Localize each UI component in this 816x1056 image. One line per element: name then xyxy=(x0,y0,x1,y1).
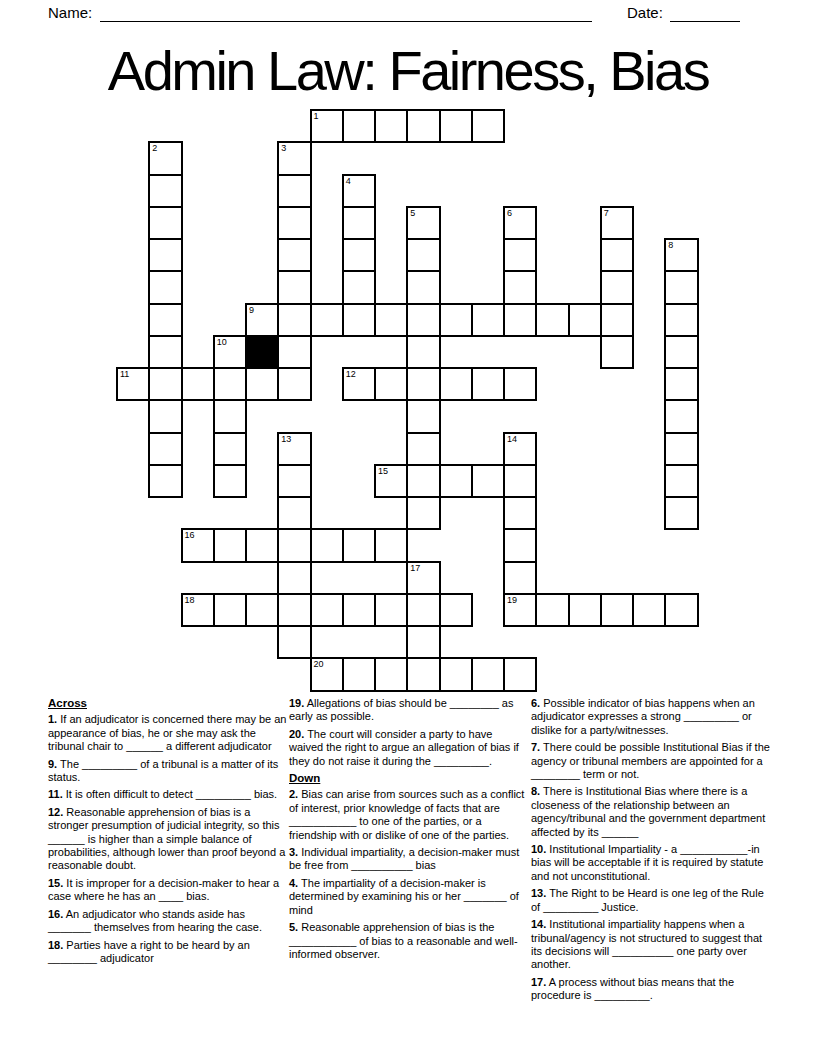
grid-cell[interactable] xyxy=(503,270,537,304)
grid-cell[interactable] xyxy=(600,303,634,337)
grid-cell[interactable] xyxy=(148,399,182,433)
grid-cell[interactable] xyxy=(181,367,215,401)
clue-6: 6. Possible indicator of bias happens wh… xyxy=(531,697,771,737)
name-line xyxy=(100,2,592,22)
page-title: Admin Law: Fairness, Bias xyxy=(0,41,816,101)
clue-number: 14 xyxy=(507,434,517,444)
grid-cell[interactable] xyxy=(277,270,311,304)
grid-cell[interactable] xyxy=(471,367,505,401)
grid-cell[interactable]: 6 xyxy=(503,206,537,240)
grid-cell[interactable] xyxy=(245,528,279,562)
grid-cell[interactable]: 16 xyxy=(181,528,215,562)
clue-3: 3. Individual impartiality, a decision-m… xyxy=(289,846,529,873)
clue-number: 5 xyxy=(410,208,415,218)
grid-cell[interactable] xyxy=(277,593,311,627)
grid-cell[interactable] xyxy=(600,335,634,369)
grid-cell[interactable] xyxy=(310,303,344,337)
date-line xyxy=(670,2,740,22)
clue-number-label: 16. xyxy=(48,908,63,920)
grid-cell[interactable] xyxy=(342,303,376,337)
grid-cell[interactable] xyxy=(277,238,311,272)
grid-cell[interactable] xyxy=(439,464,473,498)
clue-number: 17 xyxy=(410,563,420,573)
grid-cell[interactable] xyxy=(664,335,698,369)
clue-19: 19. Allegations of bias should be ______… xyxy=(289,697,529,724)
clue-number: 12 xyxy=(346,369,356,379)
down-header: Down xyxy=(289,772,529,785)
grid-cell[interactable] xyxy=(148,270,182,304)
grid-cell[interactable]: 3 xyxy=(277,141,311,175)
grid-cell[interactable] xyxy=(277,561,311,595)
clue-number: 9 xyxy=(249,305,254,315)
grid-cell[interactable] xyxy=(213,432,247,466)
grid-cell[interactable] xyxy=(600,593,634,627)
clue-number-label: 3. xyxy=(289,846,298,858)
clue-number-label: 14. xyxy=(531,918,546,930)
clue-number: 16 xyxy=(185,530,195,540)
grid-cell[interactable] xyxy=(148,367,182,401)
clue-16: 16. An adjudicator who stands aside has … xyxy=(48,908,288,935)
grid-cell[interactable] xyxy=(213,528,247,562)
grid-cell[interactable] xyxy=(471,303,505,337)
grid-cell[interactable] xyxy=(664,270,698,304)
grid-cell[interactable] xyxy=(277,335,311,369)
grid-cell[interactable]: 11 xyxy=(116,367,150,401)
clue-number: 11 xyxy=(120,369,129,379)
grid-cell[interactable] xyxy=(148,335,182,369)
clue-number: 1 xyxy=(314,111,319,121)
clue-17: 17. A process without bias means that th… xyxy=(531,976,771,1003)
grid-cell[interactable] xyxy=(148,206,182,240)
grid-cell[interactable] xyxy=(664,432,698,466)
clue-number: 3 xyxy=(281,143,286,153)
clue-number: 10 xyxy=(217,337,227,347)
clue-number: 8 xyxy=(668,240,673,250)
clue-number-label: 10. xyxy=(531,843,546,855)
grid-cell[interactable]: 7 xyxy=(600,206,634,240)
grid-cell[interactable] xyxy=(503,657,537,691)
grid-cell[interactable] xyxy=(245,367,279,401)
grid-cell[interactable]: 2 xyxy=(148,141,182,175)
grid-cell[interactable] xyxy=(148,238,182,272)
grid-cell[interactable] xyxy=(148,464,182,498)
clues-column-2: 19. Allegations of bias should be ______… xyxy=(289,697,529,965)
grid-cell[interactable] xyxy=(503,496,537,530)
grid-cell[interactable] xyxy=(406,593,440,627)
grid-cell[interactable] xyxy=(503,238,537,272)
clue-10: 10. Institutional Impartiality - a _____… xyxy=(531,843,771,883)
clue-number: 7 xyxy=(604,208,609,218)
grid-cell[interactable] xyxy=(439,593,473,627)
clue-5: 5. Reasonable apprehension of bias is th… xyxy=(289,921,529,961)
grid-cell[interactable] xyxy=(503,303,537,337)
grid-cell[interactable] xyxy=(406,367,440,401)
grid-cell[interactable] xyxy=(277,174,311,208)
grid-cell[interactable] xyxy=(406,109,440,143)
clue-number: 13 xyxy=(281,434,291,444)
grid-cell[interactable] xyxy=(406,303,440,337)
grid-cell[interactable]: 17 xyxy=(406,561,440,595)
clue-number-label: 2. xyxy=(289,788,298,800)
clue-9: 9. The _________ of a tribunal is a matt… xyxy=(48,758,288,785)
clue-number: 18 xyxy=(185,595,195,605)
grid-cell[interactable] xyxy=(471,657,505,691)
clues-column-1: Across1. If an adjudicator is concerned … xyxy=(48,697,288,969)
grid-cell[interactable] xyxy=(342,270,376,304)
grid-cell[interactable] xyxy=(342,593,376,627)
grid-cell[interactable] xyxy=(374,109,408,143)
grid-cell[interactable] xyxy=(664,367,698,401)
grid-cell[interactable] xyxy=(664,464,698,498)
grid-cell[interactable] xyxy=(374,657,408,691)
grid-cell[interactable]: 14 xyxy=(503,432,537,466)
grid-cell[interactable]: 10 xyxy=(213,335,247,369)
clue-number-label: 20. xyxy=(289,728,304,740)
grid-cell[interactable] xyxy=(374,303,408,337)
grid-cell[interactable] xyxy=(277,496,311,530)
grid-cell[interactable] xyxy=(213,593,247,627)
clue-number-label: 8. xyxy=(531,785,540,797)
clue-11: 11. It is often difficult to detect ____… xyxy=(48,788,288,801)
grid-cell[interactable] xyxy=(535,303,569,337)
grid-cell[interactable] xyxy=(503,367,537,401)
grid-cell[interactable]: 12 xyxy=(342,367,376,401)
grid-cell[interactable] xyxy=(439,109,473,143)
grid-cell[interactable] xyxy=(406,464,440,498)
clue-number-label: 4. xyxy=(289,877,298,889)
grid-cell[interactable] xyxy=(342,238,376,272)
grid-cell[interactable] xyxy=(406,238,440,272)
grid-cell[interactable] xyxy=(568,303,602,337)
grid-cell[interactable] xyxy=(213,399,247,433)
grid-cell[interactable]: 8 xyxy=(664,238,698,272)
grid-cell[interactable] xyxy=(310,593,344,627)
clue-number-label: 11. xyxy=(48,788,63,800)
grid-cell[interactable]: 9 xyxy=(245,303,279,337)
blocked-cell xyxy=(245,335,279,369)
grid-cell[interactable] xyxy=(406,399,440,433)
grid-cell[interactable] xyxy=(664,496,698,530)
grid-cell[interactable] xyxy=(213,464,247,498)
clue-number-label: 6. xyxy=(531,697,540,709)
grid-cell[interactable] xyxy=(632,593,666,627)
grid-cell[interactable] xyxy=(277,303,311,337)
grid-cell[interactable]: 15 xyxy=(374,464,408,498)
clue-number-label: 12. xyxy=(48,806,63,818)
worksheet-page: Name: Date: Admin Law: Fairness, Bias 12… xyxy=(0,0,816,1056)
grid-cell[interactable]: 1 xyxy=(310,109,344,143)
clue-14: 14. Institutional impartiality happens w… xyxy=(531,918,771,972)
grid-cell[interactable] xyxy=(568,593,602,627)
grid-cell[interactable] xyxy=(406,335,440,369)
grid-cell[interactable] xyxy=(374,367,408,401)
clue-number-label: 15. xyxy=(48,877,63,889)
grid-cell[interactable] xyxy=(471,109,505,143)
grid-cell[interactable] xyxy=(664,303,698,337)
grid-cell[interactable] xyxy=(245,593,279,627)
clue-4: 4. The impartiality of a decision-maker … xyxy=(289,877,529,917)
grid-cell[interactable] xyxy=(148,303,182,337)
clue-18: 18. Parties have a right to be heard by … xyxy=(48,939,288,966)
clue-number: 15 xyxy=(378,466,388,476)
clue-number-label: 13. xyxy=(531,887,546,899)
grid-cell[interactable] xyxy=(406,625,440,659)
grid-cell[interactable]: 20 xyxy=(310,657,344,691)
grid-cell[interactable] xyxy=(277,464,311,498)
clue-13: 13. The Right to be Heard is one leg of … xyxy=(531,887,771,914)
clue-number-label: 9. xyxy=(48,758,57,770)
clue-1: 1. If an adjudicator is concerned there … xyxy=(48,713,288,753)
crossword-grid: 1234567891011121314151617181920 xyxy=(117,110,698,691)
clues-column-3: 6. Possible indicator of bias happens wh… xyxy=(531,697,771,1007)
grid-cell[interactable] xyxy=(664,399,698,433)
grid-cell[interactable] xyxy=(277,625,311,659)
clue-7: 7. There could be possible Institutional… xyxy=(531,741,771,781)
grid-cell[interactable] xyxy=(310,528,344,562)
grid-cell[interactable] xyxy=(374,528,408,562)
grid-cell[interactable] xyxy=(439,303,473,337)
grid-cell[interactable]: 18 xyxy=(181,593,215,627)
grid-cell[interactable] xyxy=(535,593,569,627)
grid-cell[interactable] xyxy=(600,238,634,272)
grid-cell[interactable] xyxy=(342,109,376,143)
clue-20: 20. The court will consider a party to h… xyxy=(289,728,529,768)
clue-number-label: 18. xyxy=(48,939,63,951)
clue-2: 2. Bias can arise from sources such as a… xyxy=(289,788,529,842)
grid-cell[interactable] xyxy=(406,496,440,530)
grid-cell[interactable] xyxy=(503,464,537,498)
grid-cell[interactable] xyxy=(503,528,537,562)
grid-cell[interactable]: 5 xyxy=(406,206,440,240)
clue-12: 12. Reasonable apprehension of bias is a… xyxy=(48,806,288,873)
clue-number: 2 xyxy=(152,143,157,153)
grid-cell[interactable] xyxy=(439,367,473,401)
grid-cell[interactable]: 19 xyxy=(503,593,537,627)
clue-number: 6 xyxy=(507,208,512,218)
clue-15: 15. It is improper for a decision-maker … xyxy=(48,877,288,904)
grid-cell[interactable] xyxy=(342,206,376,240)
grid-cell[interactable] xyxy=(342,657,376,691)
grid-cell[interactable]: 4 xyxy=(342,174,376,208)
grid-cell[interactable]: 13 xyxy=(277,432,311,466)
grid-cell[interactable] xyxy=(664,593,698,627)
clue-number-label: 19. xyxy=(289,697,304,709)
clue-number-label: 17. xyxy=(531,976,546,988)
grid-cell[interactable] xyxy=(342,528,376,562)
grid-cell[interactable] xyxy=(503,561,537,595)
name-label: Name: xyxy=(48,4,92,22)
grid-cell[interactable] xyxy=(374,593,408,627)
grid-cell[interactable] xyxy=(148,432,182,466)
clue-number-label: 1. xyxy=(48,713,57,725)
clue-number: 19 xyxy=(507,595,517,605)
grid-cell[interactable] xyxy=(471,464,505,498)
grid-cell[interactable] xyxy=(406,657,440,691)
clue-number: 20 xyxy=(314,659,324,669)
date-label: Date: xyxy=(627,4,663,22)
grid-cell[interactable] xyxy=(406,432,440,466)
grid-cell[interactable] xyxy=(277,528,311,562)
grid-cell[interactable] xyxy=(406,270,440,304)
across-header: Across xyxy=(48,697,288,710)
clue-number: 4 xyxy=(346,176,351,186)
grid-cell[interactable] xyxy=(600,270,634,304)
grid-cell[interactable] xyxy=(277,206,311,240)
grid-cell[interactable] xyxy=(213,367,247,401)
clue-number-label: 7. xyxy=(531,741,540,753)
grid-cell[interactable] xyxy=(277,367,311,401)
clue-number-label: 5. xyxy=(289,921,298,933)
grid-cell[interactable] xyxy=(148,174,182,208)
clue-8: 8. There is Institutional Bias where the… xyxy=(531,785,771,839)
grid-cell[interactable] xyxy=(439,657,473,691)
